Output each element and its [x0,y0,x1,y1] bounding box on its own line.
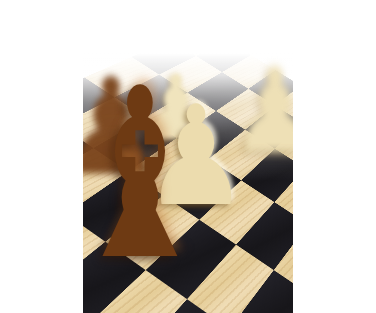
photo-frame: ♟ ♟ ♟ ♟ ♝ [0,0,376,313]
chess-photo: ♟ ♟ ♟ ♟ ♝ [83,0,293,313]
black-bishop: ♝ [83,57,212,292]
